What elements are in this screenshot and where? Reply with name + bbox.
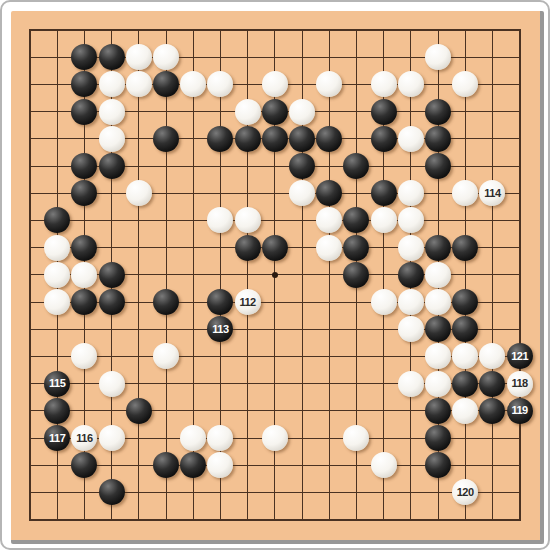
- white-stone: [207, 452, 233, 478]
- black-stone: [371, 180, 397, 206]
- white-stone: [316, 71, 342, 97]
- white-stone: [371, 289, 397, 315]
- white-stone: [425, 371, 451, 397]
- white-stone: [425, 343, 451, 369]
- black-stone: [207, 126, 233, 152]
- black-stone: [452, 289, 478, 315]
- black-stone: [425, 126, 451, 152]
- move-number-label: 120: [457, 487, 474, 498]
- black-stone: [99, 289, 125, 315]
- white-stone: 118: [507, 371, 533, 397]
- black-stone: [99, 153, 125, 179]
- white-stone: [99, 371, 125, 397]
- white-stone: [235, 207, 261, 233]
- white-stone: [371, 452, 397, 478]
- black-stone: 121: [507, 343, 533, 369]
- black-stone: [343, 153, 369, 179]
- white-stone: [207, 71, 233, 97]
- white-stone: [262, 71, 288, 97]
- black-stone: [99, 262, 125, 288]
- black-stone: [71, 235, 97, 261]
- black-stone: [316, 126, 342, 152]
- black-stone: [99, 44, 125, 70]
- move-number-label: 121: [511, 351, 528, 362]
- black-stone: [398, 262, 424, 288]
- black-stone: [153, 126, 179, 152]
- black-stone: [71, 180, 97, 206]
- white-stone: [126, 44, 152, 70]
- black-stone: [262, 99, 288, 125]
- white-stone: [99, 99, 125, 125]
- white-stone: [180, 71, 206, 97]
- move-number-label: 112: [239, 297, 255, 308]
- black-stone: [71, 452, 97, 478]
- white-stone: [289, 99, 315, 125]
- go-board[interactable]: 114112113121115118119117116120: [0, 0, 550, 550]
- white-stone: [99, 425, 125, 451]
- grid-line-vertical: [329, 29, 330, 521]
- white-stone: 116: [71, 425, 97, 451]
- black-stone: [71, 99, 97, 125]
- move-number-label: 116: [76, 433, 92, 444]
- black-stone: [262, 235, 288, 261]
- white-stone: [153, 343, 179, 369]
- black-stone: [425, 452, 451, 478]
- white-stone: [425, 262, 451, 288]
- white-stone: [289, 180, 315, 206]
- black-stone: [71, 153, 97, 179]
- black-stone: [425, 398, 451, 424]
- move-number-label: 118: [511, 378, 527, 389]
- black-stone: [235, 126, 261, 152]
- black-stone: [371, 99, 397, 125]
- black-stone: [126, 398, 152, 424]
- black-stone: [343, 207, 369, 233]
- grid-line-vertical: [465, 29, 466, 521]
- white-stone: [343, 425, 369, 451]
- white-stone: [153, 44, 179, 70]
- white-stone: [398, 126, 424, 152]
- black-stone: [343, 235, 369, 261]
- white-stone: [207, 425, 233, 451]
- white-stone: [398, 207, 424, 233]
- white-stone: [316, 207, 342, 233]
- black-stone: [479, 398, 505, 424]
- black-stone: [425, 235, 451, 261]
- white-stone: [398, 235, 424, 261]
- white-stone: [44, 289, 70, 315]
- white-stone: [425, 289, 451, 315]
- black-stone: [425, 99, 451, 125]
- grid-line-horizontal: [29, 519, 521, 521]
- white-stone: [126, 180, 152, 206]
- white-stone: [425, 44, 451, 70]
- white-stone: 112: [235, 289, 261, 315]
- black-stone: [371, 126, 397, 152]
- black-stone: [425, 316, 451, 342]
- black-stone: [99, 479, 125, 505]
- white-stone: [398, 180, 424, 206]
- black-stone: [44, 207, 70, 233]
- black-stone: [425, 425, 451, 451]
- white-stone: [44, 235, 70, 261]
- black-stone: [343, 262, 369, 288]
- black-stone: [44, 398, 70, 424]
- move-number-label: 113: [212, 324, 228, 335]
- move-number-label: 117: [49, 433, 65, 444]
- black-stone: [235, 235, 261, 261]
- white-stone: [452, 180, 478, 206]
- black-stone: 117: [44, 425, 70, 451]
- white-stone: [99, 126, 125, 152]
- white-stone: [126, 71, 152, 97]
- black-stone: [71, 44, 97, 70]
- white-stone: [180, 425, 206, 451]
- black-stone: [180, 452, 206, 478]
- black-stone: [153, 289, 179, 315]
- white-stone: [398, 289, 424, 315]
- black-stone: [479, 371, 505, 397]
- white-stone: [262, 425, 288, 451]
- black-stone: 119: [507, 398, 533, 424]
- white-stone: [71, 343, 97, 369]
- grid-line-vertical: [519, 29, 521, 521]
- move-number-label: 115: [49, 378, 65, 389]
- black-stone: [262, 126, 288, 152]
- black-stone: [71, 71, 97, 97]
- white-stone: [235, 99, 261, 125]
- black-stone: [153, 71, 179, 97]
- white-stone: [207, 207, 233, 233]
- white-stone: [398, 316, 424, 342]
- white-stone: [452, 398, 478, 424]
- black-stone: 115: [44, 371, 70, 397]
- black-stone: [452, 235, 478, 261]
- black-stone: [452, 316, 478, 342]
- white-stone: [71, 262, 97, 288]
- star-point: [272, 272, 278, 278]
- white-stone: [398, 71, 424, 97]
- white-stone: [479, 343, 505, 369]
- move-number-label: 114: [484, 188, 500, 199]
- white-stone: [44, 262, 70, 288]
- black-stone: [289, 153, 315, 179]
- white-stone: [316, 235, 342, 261]
- black-stone: [425, 153, 451, 179]
- black-stone: [316, 180, 342, 206]
- black-stone: [71, 289, 97, 315]
- black-stone: [289, 126, 315, 152]
- white-stone: 114: [479, 180, 505, 206]
- grid-line-vertical: [492, 29, 493, 521]
- white-stone: [398, 371, 424, 397]
- black-stone: [153, 452, 179, 478]
- black-stone: [207, 289, 233, 315]
- move-number-label: 119: [511, 405, 527, 416]
- white-stone: [99, 71, 125, 97]
- white-stone: 120: [452, 479, 478, 505]
- white-stone: [371, 207, 397, 233]
- white-stone: [452, 343, 478, 369]
- black-stone: [452, 371, 478, 397]
- black-stone: 113: [207, 316, 233, 342]
- white-stone: [452, 71, 478, 97]
- white-stone: [371, 71, 397, 97]
